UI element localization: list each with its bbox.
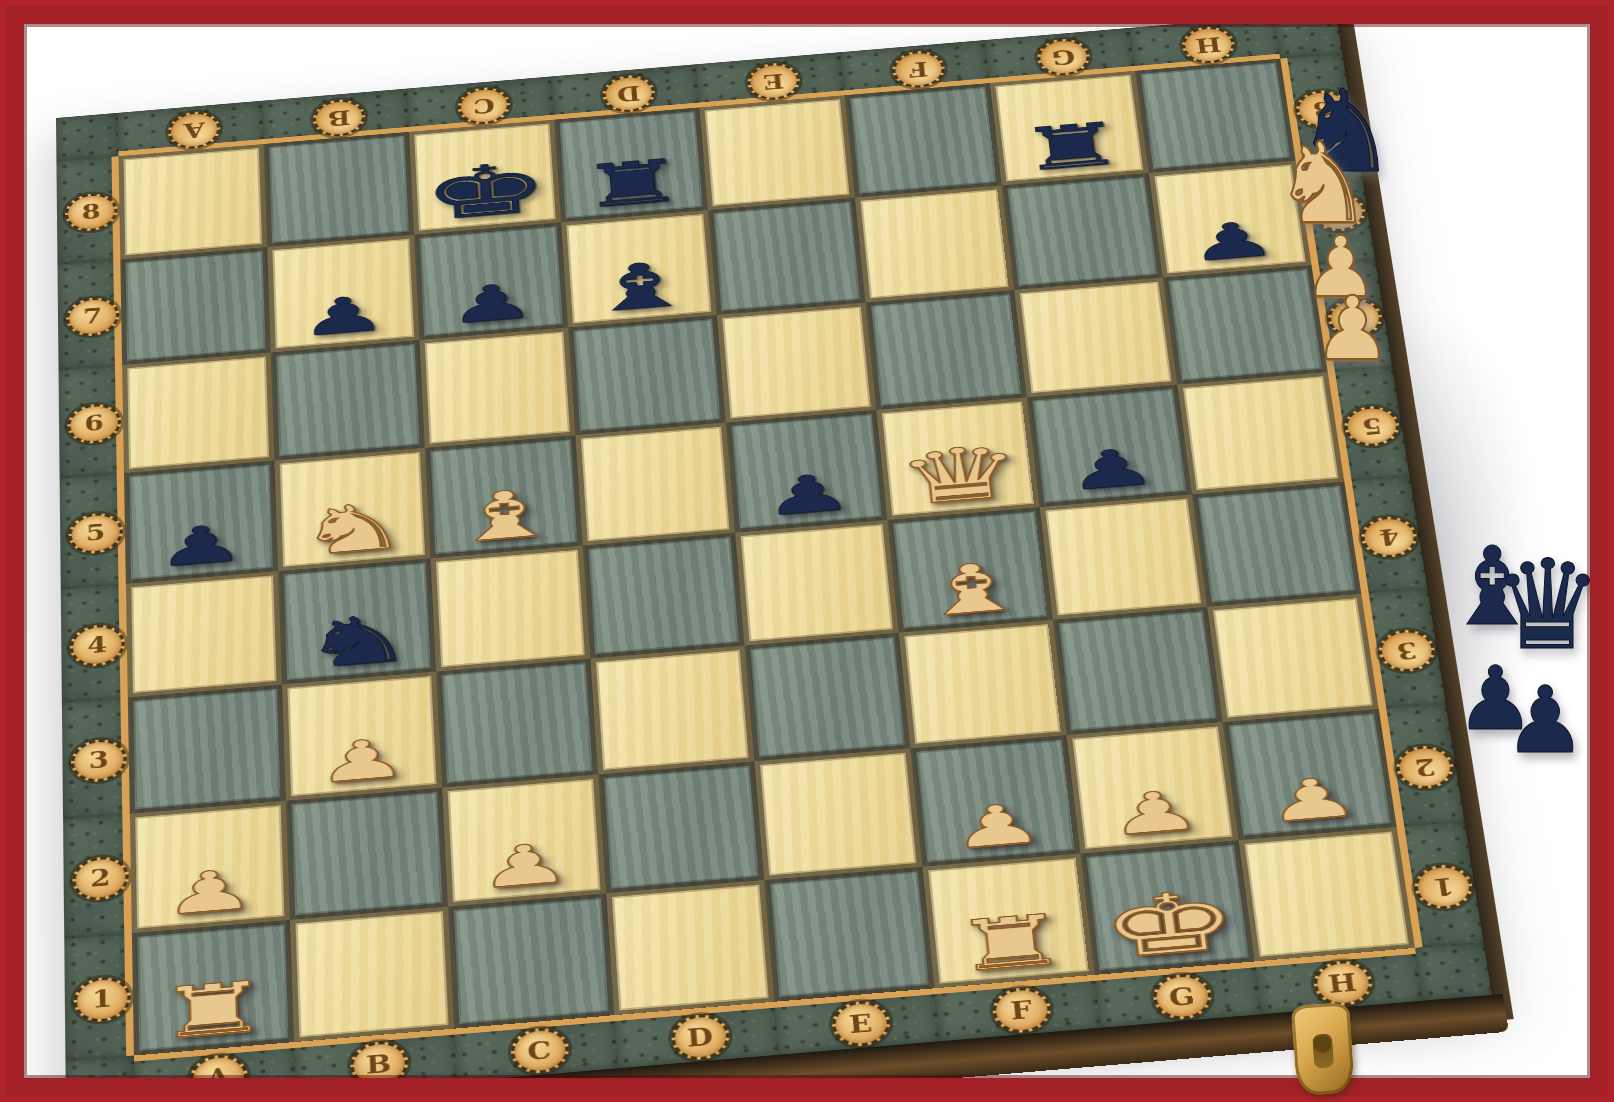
- square-b6[interactable]: [271, 340, 425, 460]
- square-c8[interactable]: ♚: [409, 120, 561, 235]
- rank-label-left-4: 4: [61, 584, 128, 703]
- square-e7[interactable]: [708, 198, 865, 315]
- white-bishop-c5[interactable]: ♝: [446, 478, 564, 552]
- black-rook-d8[interactable]: ♜: [577, 150, 688, 217]
- rank-label-left-5: 5: [60, 473, 126, 589]
- border-corner: [1415, 942, 1492, 1000]
- file-label-top-e-medallion: E: [746, 61, 801, 102]
- file-label-top-d-medallion: D: [601, 73, 656, 114]
- rank-label-left-8: 8: [56, 156, 120, 264]
- square-e8[interactable]: [699, 95, 855, 210]
- square-g6[interactable]: [1014, 278, 1177, 398]
- square-c1[interactable]: [448, 893, 614, 1028]
- file-label-bottom-b-medallion: B: [349, 1039, 408, 1088]
- white-pawn-f2[interactable]: ♟: [948, 795, 1047, 858]
- square-e3[interactable]: [745, 633, 911, 762]
- square-c5[interactable]: ♝: [425, 435, 583, 558]
- square-a6[interactable]: [122, 352, 274, 473]
- captured-pieces-bottom-right: ♝ ♛ ♟ ♟: [1430, 515, 1614, 825]
- board-scene: ABCDEFGH8♚♜♜87♟♟♝♟7665♟♞♝♟♛♟54♞♝43♟32♟♟♟…: [56, 11, 1443, 1102]
- square-h4[interactable]: [1192, 482, 1361, 607]
- square-h1[interactable]: [1239, 827, 1415, 961]
- white-knight-b5[interactable]: ♞: [295, 492, 410, 565]
- rank-label-right-1-medallion: 1: [1412, 862, 1476, 910]
- square-a5[interactable]: ♟: [124, 460, 278, 583]
- file-label-top-c-medallion: C: [456, 86, 510, 127]
- rank-label-left-8-medallion: 8: [65, 191, 118, 232]
- square-f4[interactable]: ♝: [887, 507, 1053, 633]
- square-b3[interactable]: ♟: [282, 672, 442, 801]
- square-d8[interactable]: ♜: [554, 107, 708, 222]
- square-f7[interactable]: [855, 185, 1014, 302]
- square-b2[interactable]: [286, 788, 448, 920]
- black-king-c8[interactable]: ♚: [420, 152, 551, 232]
- square-d7[interactable]: ♝: [561, 210, 717, 327]
- square-a1[interactable]: ♜: [132, 920, 294, 1056]
- brass-clasp[interactable]: [1291, 1002, 1355, 1096]
- square-g5[interactable]: ♟: [1027, 385, 1192, 508]
- square-d1[interactable]: [606, 880, 774, 1015]
- file-label-bottom-a-medallion: A: [189, 1053, 248, 1102]
- file-label-top-a-medallion: A: [167, 110, 220, 151]
- file-label-bottom-d-medallion: D: [669, 1013, 730, 1062]
- file-label-bottom-h-medallion: H: [1310, 959, 1374, 1008]
- white-pawn-b3[interactable]: ♟: [315, 730, 410, 791]
- square-d5[interactable]: [575, 423, 735, 546]
- white-king-g1[interactable]: ♚: [1095, 878, 1243, 971]
- square-g2[interactable]: ♟: [1067, 722, 1239, 853]
- rank-label-left-3: 3: [62, 697, 130, 819]
- square-g8[interactable]: ♜: [990, 71, 1149, 185]
- black-pawn-c7[interactable]: ♟: [447, 275, 538, 331]
- white-pawn-c2[interactable]: ♟: [477, 834, 574, 897]
- border-corner: [1274, 11, 1343, 59]
- white-pawn-a2[interactable]: ♟: [163, 860, 258, 923]
- rank-label-left-6: 6: [59, 365, 124, 479]
- square-e5[interactable]: ♟: [726, 410, 888, 533]
- square-b5[interactable]: ♞: [274, 448, 430, 571]
- rank-label-left-2-medallion: 2: [72, 854, 129, 902]
- black-pawn-e5[interactable]: ♟: [761, 465, 856, 523]
- file-label-top-g-medallion: G: [1035, 37, 1092, 77]
- rank-label-left-2: 2: [63, 814, 132, 939]
- rank-label-left-7: 7: [57, 259, 122, 370]
- square-b8[interactable]: [264, 132, 414, 247]
- rank-label-left-1: 1: [64, 933, 134, 1061]
- square-e4[interactable]: [735, 520, 899, 646]
- black-pawn-g5[interactable]: ♟: [1064, 440, 1160, 498]
- square-a7[interactable]: [120, 247, 270, 365]
- rank-label-left-1-medallion: 1: [73, 975, 131, 1024]
- square-g1[interactable]: ♚: [1080, 840, 1254, 975]
- square-a4[interactable]: [126, 571, 282, 697]
- captured-white-pawn[interactable]: ♟: [1313, 285, 1392, 373]
- white-rook-a1[interactable]: ♜: [154, 970, 272, 1049]
- rank-label-right-3-medallion: 3: [1376, 627, 1438, 673]
- square-h3[interactable]: [1207, 594, 1379, 722]
- black-pawn-a5[interactable]: ♟: [156, 516, 247, 575]
- square-a2[interactable]: ♟: [130, 801, 290, 933]
- border-corner: [56, 113, 119, 162]
- square-h5[interactable]: [1177, 372, 1344, 494]
- captured-black-pawn[interactable]: ♟: [1504, 675, 1586, 767]
- square-f3[interactable]: [899, 620, 1067, 749]
- captured-pieces-top-right: ♞ ♞ ♟ ♟: [1255, 75, 1455, 375]
- square-h2[interactable]: ♟: [1223, 709, 1397, 840]
- square-b7[interactable]: ♟: [267, 235, 419, 353]
- rank-label-left-3-medallion: 3: [71, 737, 127, 783]
- square-g3[interactable]: [1053, 607, 1223, 735]
- square-d2[interactable]: [598, 761, 764, 893]
- square-c6[interactable]: [419, 327, 575, 447]
- square-e2[interactable]: [754, 748, 922, 880]
- file-label-bottom-e-medallion: E: [830, 999, 892, 1048]
- square-g7[interactable]: [1002, 173, 1163, 290]
- border-corner: [65, 1056, 134, 1102]
- square-a8[interactable]: [119, 144, 268, 259]
- file-label-bottom-g-medallion: G: [1150, 972, 1213, 1021]
- square-d6[interactable]: [568, 315, 726, 435]
- rank-label-left-4-medallion: 4: [70, 623, 126, 668]
- black-knight-b4[interactable]: ♞: [299, 604, 416, 679]
- file-label-top-h-medallion: H: [1179, 25, 1236, 65]
- rank-label-left-7-medallion: 7: [66, 295, 120, 337]
- file-label-top-f-medallion: F: [890, 49, 946, 89]
- square-d3[interactable]: [590, 646, 754, 775]
- white-bishop-f4[interactable]: ♝: [910, 551, 1033, 627]
- square-c2[interactable]: ♟: [442, 774, 606, 906]
- square-a3[interactable]: [128, 684, 286, 813]
- square-e6[interactable]: [717, 303, 876, 423]
- rank-label-left-5-medallion: 5: [68, 511, 123, 555]
- square-f5[interactable]: ♛: [876, 397, 1039, 520]
- square-f1[interactable]: ♜: [922, 853, 1094, 988]
- square-c3[interactable]: [436, 659, 598, 788]
- black-pawn-b7[interactable]: ♟: [299, 288, 389, 344]
- rank-label-right-5-medallion: 5: [1342, 404, 1402, 448]
- square-f6[interactable]: [865, 290, 1026, 410]
- black-bishop-d7[interactable]: ♝: [582, 251, 698, 322]
- black-rook-g8[interactable]: ♜: [1014, 113, 1128, 180]
- file-label-bottom-f-medallion: F: [990, 986, 1052, 1035]
- square-f2[interactable]: ♟: [910, 735, 1080, 867]
- square-c4[interactable]: [430, 546, 590, 672]
- rank-label-right-4-medallion: 4: [1359, 514, 1420, 559]
- white-pawn-h2[interactable]: ♟: [1262, 768, 1363, 830]
- file-label-top-b-medallion: B: [312, 98, 366, 139]
- white-rook-f1[interactable]: ♜: [949, 904, 1073, 983]
- white-queen-f5[interactable]: ♛: [892, 434, 1027, 517]
- square-f8[interactable]: [845, 83, 1002, 198]
- square-e1[interactable]: [764, 867, 934, 1002]
- square-b4[interactable]: ♞: [278, 558, 436, 684]
- square-g4[interactable]: [1040, 494, 1207, 619]
- rank-label-left-6-medallion: 6: [67, 402, 121, 445]
- square-d4[interactable]: [583, 533, 745, 659]
- square-c7[interactable]: ♟: [414, 222, 568, 340]
- white-pawn-g2[interactable]: ♟: [1105, 781, 1205, 844]
- square-b1[interactable]: [290, 907, 454, 1043]
- file-label-bottom-c-medallion: C: [509, 1026, 569, 1075]
